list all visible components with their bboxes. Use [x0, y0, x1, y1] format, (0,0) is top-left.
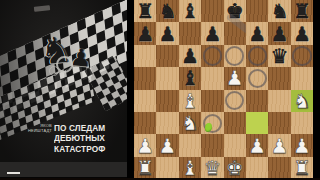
square-h3[interactable]	[291, 112, 313, 134]
square-e4[interactable]	[224, 90, 246, 112]
square-d5[interactable]	[201, 67, 223, 89]
square-f4[interactable]	[246, 90, 268, 112]
cover-title: ПО СЛЕДАМ ДЕБЮТНЫХ КАТАСТРОФ	[54, 123, 121, 154]
square-d6[interactable]	[201, 45, 223, 67]
square-g6[interactable]: ♛	[268, 45, 290, 67]
cover-title-line2: ДЕБЮТНЫХ	[54, 133, 121, 143]
square-b8[interactable]: ♞	[156, 0, 178, 22]
piece-white-rook-h1[interactable]: ♜	[291, 157, 313, 179]
square-f1[interactable]	[246, 157, 268, 179]
square-a3[interactable]	[134, 112, 156, 134]
square-h1[interactable]: ♜	[291, 157, 313, 179]
piece-white-pawn-h2[interactable]: ♟	[291, 134, 313, 156]
piece-white-queen-d1[interactable]: ♛	[201, 157, 223, 179]
square-e7[interactable]	[224, 22, 246, 44]
square-d4[interactable]	[201, 90, 223, 112]
piece-black-pawn-d7[interactable]: ♟	[201, 22, 223, 44]
square-a2[interactable]: ♟	[134, 134, 156, 156]
square-a6[interactable]	[134, 45, 156, 67]
cover-author: ЯКОВ НЕЙШТАДТ	[28, 124, 52, 133]
square-a5[interactable]	[134, 67, 156, 89]
piece-black-rook-h8[interactable]: ♜	[291, 0, 313, 22]
piece-white-king-e1[interactable]: ♚	[224, 157, 246, 179]
square-f2[interactable]: ♟	[246, 134, 268, 156]
cover-author-line2: НЕЙШТАДТ	[28, 129, 52, 134]
square-h5[interactable]	[291, 67, 313, 89]
piece-white-bishop-c1[interactable]: ♝	[179, 157, 201, 179]
square-g8[interactable]: ♞	[268, 0, 290, 22]
cover-title-line1: ПО СЛЕДАМ	[54, 123, 121, 133]
square-c5[interactable]: ♝	[179, 67, 201, 89]
piece-black-pawn-g7[interactable]: ♟	[268, 22, 290, 44]
piece-black-knight-g8[interactable]: ♞	[268, 0, 290, 22]
piece-white-pawn-a2[interactable]: ♟	[134, 134, 156, 156]
hint-circle-d6	[203, 46, 222, 65]
square-g1[interactable]	[268, 157, 290, 179]
hint-circle-f6	[248, 46, 267, 65]
square-b2[interactable]: ♟	[156, 134, 178, 156]
piece-black-pawn-f7[interactable]: ♟	[246, 22, 268, 44]
hint-circle-f5	[248, 69, 267, 88]
piece-white-bishop-c4[interactable]: ♝	[179, 90, 201, 112]
hint-circle-e4	[225, 91, 244, 110]
cover-title-line3: КАТАСТРОФ	[54, 144, 121, 154]
square-a7[interactable]: ♟	[134, 22, 156, 44]
square-c4[interactable]: ♝	[179, 90, 201, 112]
square-e2[interactable]	[224, 134, 246, 156]
piece-black-pawn-b7[interactable]: ♟	[156, 22, 178, 44]
square-d2[interactable]	[201, 134, 223, 156]
piece-black-pawn-h7[interactable]: ♟	[291, 22, 313, 44]
square-f5[interactable]	[246, 67, 268, 89]
square-b1[interactable]	[156, 157, 178, 179]
square-f6[interactable]	[246, 45, 268, 67]
square-g5[interactable]	[268, 67, 290, 89]
pawn-silhouette-icon: ♟	[69, 43, 93, 73]
square-h2[interactable]: ♟	[291, 134, 313, 156]
hint-dot-d3	[205, 123, 212, 132]
piece-black-bishop-c5[interactable]: ♝	[179, 67, 201, 89]
book-cover: ♞ ♟ ЯКОВ НЕЙШТАДТ ПО СЛЕДАМ ДЕБЮТНЫХ КАТ…	[0, 0, 127, 180]
square-f8[interactable]	[246, 0, 268, 22]
square-b4[interactable]	[156, 90, 178, 112]
square-g2[interactable]: ♟	[268, 134, 290, 156]
square-h4[interactable]: ♞	[291, 90, 313, 112]
square-b3[interactable]	[156, 112, 178, 134]
hint-circle-e6	[225, 46, 244, 65]
square-g3[interactable]	[268, 112, 290, 134]
piece-black-rook-a8[interactable]: ♜	[134, 0, 156, 22]
piece-white-pawn-f2[interactable]: ♟	[246, 134, 268, 156]
piece-white-knight-c3[interactable]: ♞	[179, 112, 201, 134]
square-b5[interactable]	[156, 67, 178, 89]
square-a8[interactable]: ♜	[134, 0, 156, 22]
swirl-ornament-small-icon	[49, 66, 59, 76]
square-e3[interactable]	[224, 112, 246, 134]
square-e1[interactable]: ♚	[224, 157, 246, 179]
square-d3[interactable]	[201, 112, 223, 134]
square-c3[interactable]: ♞	[179, 112, 201, 134]
square-d7[interactable]: ♟	[201, 22, 223, 44]
piece-white-pawn-g2[interactable]: ♟	[268, 134, 290, 156]
bottom-edge-bar	[0, 178, 320, 180]
piece-black-bishop-c8[interactable]: ♝	[179, 0, 201, 22]
square-f3[interactable]	[246, 112, 268, 134]
piece-black-queen-g6[interactable]: ♛	[268, 45, 290, 67]
square-c2[interactable]	[179, 134, 201, 156]
piece-black-pawn-a7[interactable]: ♟	[134, 22, 156, 44]
square-c6[interactable]: ♟	[179, 45, 201, 67]
square-h6[interactable]	[291, 45, 313, 67]
chess-board[interactable]: ♜♞♝♚♞♜♟♟♟♟♟♟♟♛♝♟♝♞♞♟♟♟♟♟♜♝♛♚♜	[134, 0, 313, 179]
square-a4[interactable]	[134, 90, 156, 112]
square-c8[interactable]: ♝	[179, 0, 201, 22]
square-h8[interactable]: ♜	[291, 0, 313, 22]
square-g7[interactable]: ♟	[268, 22, 290, 44]
square-b7[interactable]: ♟	[156, 22, 178, 44]
square-e5[interactable]: ♟	[224, 67, 246, 89]
cover-bottom-mark	[7, 172, 20, 174]
square-e6[interactable]	[224, 45, 246, 67]
piece-white-pawn-e5[interactable]: ♟	[224, 67, 246, 89]
square-a1[interactable]: ♜	[134, 157, 156, 179]
square-f7[interactable]: ♟	[246, 22, 268, 44]
square-d8[interactable]	[201, 0, 223, 22]
piece-white-pawn-b2[interactable]: ♟	[156, 134, 178, 156]
piece-white-rook-a1[interactable]: ♜	[134, 157, 156, 179]
piece-black-pawn-c6[interactable]: ♟	[179, 45, 201, 67]
piece-white-knight-h4[interactable]: ♞	[291, 90, 313, 112]
square-d1[interactable]: ♛	[201, 157, 223, 179]
square-h7[interactable]: ♟	[291, 22, 313, 44]
square-c1[interactable]: ♝	[179, 157, 201, 179]
square-g4[interactable]	[268, 90, 290, 112]
square-c7[interactable]	[179, 22, 201, 44]
piece-black-knight-b8[interactable]: ♞	[156, 0, 178, 22]
square-b6[interactable]	[156, 45, 178, 67]
cover-bottom-strip	[0, 162, 127, 177]
hint-circle-h6	[292, 46, 311, 65]
